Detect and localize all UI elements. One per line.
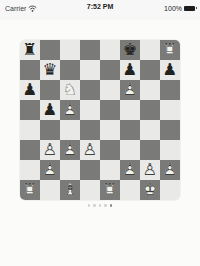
page-dot-4[interactable] <box>104 204 107 207</box>
white-p-piece: ♙ <box>80 140 100 160</box>
white-r-piece: ♖ <box>20 180 40 200</box>
white-p-piece-fill: ♟ <box>60 100 80 120</box>
square-e7[interactable] <box>100 60 120 80</box>
square-g4[interactable] <box>140 120 160 140</box>
square-h4[interactable] <box>160 120 180 140</box>
white-p-piece-fill: ♟ <box>160 160 180 180</box>
square-c2[interactable] <box>60 160 80 180</box>
page-dot-1[interactable] <box>88 204 91 207</box>
square-a7[interactable] <box>20 60 40 80</box>
white-p-piece-fill: ♟ <box>40 160 60 180</box>
square-g2[interactable]: ♟♙ <box>140 160 160 180</box>
white-b-piece: ♗ <box>60 180 80 200</box>
square-e2[interactable] <box>100 160 120 180</box>
square-h3[interactable] <box>160 140 180 160</box>
square-a6[interactable]: ♟ <box>20 80 40 100</box>
square-g5[interactable] <box>140 100 160 120</box>
square-d8[interactable] <box>80 40 100 60</box>
square-d4[interactable] <box>80 120 100 140</box>
square-h5[interactable] <box>160 100 180 120</box>
status-bar: Carrier 7:52 PM 100% <box>0 0 200 20</box>
square-a8[interactable]: ♜ <box>20 40 40 60</box>
black-p-piece: ♟ <box>20 80 40 100</box>
square-g3[interactable] <box>140 140 160 160</box>
square-h8[interactable]: ♜♖ <box>160 40 180 60</box>
black-q-piece: ♛ <box>40 60 60 80</box>
white-b-piece-fill: ♝ <box>60 180 80 200</box>
square-e1[interactable]: ♜♖ <box>100 180 120 200</box>
square-b4[interactable] <box>40 120 60 140</box>
square-c6[interactable]: ♞♘ <box>60 80 80 100</box>
white-r-piece: ♖ <box>160 40 180 60</box>
white-r-piece-fill: ♜ <box>20 180 40 200</box>
square-b8[interactable] <box>40 40 60 60</box>
white-r-piece-fill: ♜ <box>100 180 120 200</box>
white-p-piece-fill: ♟ <box>140 160 160 180</box>
battery-percent-label: 100% <box>164 5 182 12</box>
white-p-piece: ♙ <box>120 80 140 100</box>
square-a4[interactable] <box>20 120 40 140</box>
white-p-piece: ♙ <box>60 140 80 160</box>
square-d5[interactable] <box>80 100 100 120</box>
square-d6[interactable] <box>80 80 100 100</box>
page-dot-3[interactable] <box>99 204 102 207</box>
white-p-piece-fill: ♟ <box>60 140 80 160</box>
white-p-piece: ♙ <box>60 100 80 120</box>
square-h6[interactable] <box>160 80 180 100</box>
square-c3[interactable]: ♟♙ <box>60 140 80 160</box>
white-p-piece-fill: ♟ <box>120 80 140 100</box>
square-c4[interactable] <box>60 120 80 140</box>
white-r-piece: ♖ <box>100 180 120 200</box>
square-a5[interactable] <box>20 100 40 120</box>
battery-group: 100% <box>164 3 195 13</box>
square-h7[interactable]: ♟ <box>160 60 180 80</box>
white-p-piece-fill: ♟ <box>40 140 60 160</box>
white-p-piece-fill: ♟ <box>120 160 140 180</box>
white-k-piece-fill: ♚ <box>140 180 160 200</box>
square-g7[interactable] <box>140 60 160 80</box>
square-d1[interactable] <box>80 180 100 200</box>
chess-board: ♜♚♜♖♛♟♟♟♞♘♟♙♟♟♙♟♙♟♙♟♙♟♙♟♙♟♙♟♙♜♖♝♗♜♖♚♔ <box>20 40 180 200</box>
square-d7[interactable] <box>80 60 100 80</box>
square-e8[interactable] <box>100 40 120 60</box>
square-e6[interactable] <box>100 80 120 100</box>
square-b5[interactable]: ♟ <box>40 100 60 120</box>
square-d3[interactable]: ♟♙ <box>80 140 100 160</box>
square-g8[interactable] <box>140 40 160 60</box>
white-k-piece: ♔ <box>140 180 160 200</box>
square-e5[interactable] <box>100 100 120 120</box>
square-b6[interactable] <box>40 80 60 100</box>
square-f5[interactable] <box>120 100 140 120</box>
page-control <box>0 204 200 207</box>
square-f8[interactable]: ♚ <box>120 40 140 60</box>
white-p-piece: ♙ <box>40 140 60 160</box>
square-g6[interactable] <box>140 80 160 100</box>
square-g1[interactable]: ♚♔ <box>140 180 160 200</box>
black-k-piece: ♚ <box>120 40 140 60</box>
square-f7[interactable]: ♟ <box>120 60 140 80</box>
square-d2[interactable] <box>80 160 100 180</box>
white-r-piece-fill: ♜ <box>160 40 180 60</box>
black-p-piece: ♟ <box>160 60 180 80</box>
square-f3[interactable] <box>120 140 140 160</box>
battery-icon <box>184 6 195 11</box>
black-r-piece: ♜ <box>20 40 40 60</box>
square-e4[interactable] <box>100 120 120 140</box>
white-n-piece: ♘ <box>60 80 80 100</box>
page-dot-2[interactable] <box>93 204 96 207</box>
square-h2[interactable]: ♟♙ <box>160 160 180 180</box>
black-p-piece: ♟ <box>40 100 60 120</box>
white-p-piece: ♙ <box>120 160 140 180</box>
square-c5[interactable]: ♟♙ <box>60 100 80 120</box>
white-p-piece: ♙ <box>140 160 160 180</box>
square-f4[interactable] <box>120 120 140 140</box>
white-p-piece: ♙ <box>160 160 180 180</box>
white-n-piece-fill: ♞ <box>60 80 80 100</box>
square-e3[interactable] <box>100 140 120 160</box>
page-dot-5[interactable] <box>110 204 113 207</box>
square-f2[interactable]: ♟♙ <box>120 160 140 180</box>
square-b1[interactable] <box>40 180 60 200</box>
square-b2[interactable]: ♟♙ <box>40 160 60 180</box>
square-a2[interactable] <box>20 160 40 180</box>
black-p-piece: ♟ <box>120 60 140 80</box>
square-h1[interactable] <box>160 180 180 200</box>
square-c7[interactable] <box>60 60 80 80</box>
white-p-piece: ♙ <box>40 160 60 180</box>
square-b3[interactable]: ♟♙ <box>40 140 60 160</box>
square-b7[interactable]: ♛ <box>40 60 60 80</box>
square-f1[interactable] <box>120 180 140 200</box>
white-p-piece-fill: ♟ <box>80 140 100 160</box>
square-c1[interactable]: ♝♗ <box>60 180 80 200</box>
square-f6[interactable]: ♟♙ <box>120 80 140 100</box>
square-a3[interactable] <box>20 140 40 160</box>
square-a1[interactable]: ♜♖ <box>20 180 40 200</box>
square-c8[interactable] <box>60 40 80 60</box>
